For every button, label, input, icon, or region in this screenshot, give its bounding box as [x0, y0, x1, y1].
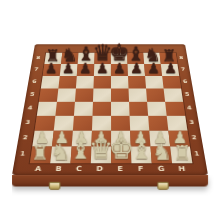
square-g7[interactable]: ♟: [144, 64, 162, 76]
piece-black-P-b7[interactable]: ♟: [62, 62, 75, 76]
square-a7[interactable]: ♟: [43, 64, 61, 76]
square-f1[interactable]: ♝: [131, 146, 152, 163]
square-b1[interactable]: ♞: [50, 146, 72, 163]
square-b5[interactable]: [57, 89, 76, 102]
square-f5[interactable]: [129, 89, 148, 102]
piece-black-P-d7[interactable]: ♟: [96, 62, 109, 76]
piece-black-P-e7[interactable]: ♟: [113, 62, 126, 76]
square-a5[interactable]: [39, 89, 58, 102]
square-f4[interactable]: [129, 102, 148, 116]
brass-clasp-right-icon: [157, 182, 169, 190]
piece-black-P-c7[interactable]: ♟: [79, 62, 92, 76]
square-e1[interactable]: ♚: [111, 146, 131, 163]
square-d7[interactable]: ♟: [94, 64, 111, 76]
square-d4[interactable]: [92, 102, 111, 116]
product-photo-background: 8 7 6 5 4 3 2 1 8 7 6 5 4 3 2 1: [0, 0, 220, 200]
square-b6[interactable]: [58, 76, 76, 89]
square-a6[interactable]: [41, 76, 60, 89]
box-front-edge: [12, 175, 208, 187]
piece-black-P-h7[interactable]: ♟: [164, 62, 177, 76]
piece-black-P-g7[interactable]: ♟: [147, 62, 160, 76]
square-e6[interactable]: [111, 76, 129, 89]
square-e5[interactable]: [111, 89, 129, 102]
square-c6[interactable]: [76, 76, 94, 89]
piece-white-R-h1[interactable]: ♜: [173, 143, 191, 163]
piece-white-R-a1[interactable]: ♜: [31, 143, 49, 163]
square-c5[interactable]: [75, 89, 93, 102]
square-f7[interactable]: ♟: [128, 64, 146, 76]
square-d5[interactable]: [93, 89, 111, 102]
piece-black-P-f7[interactable]: ♟: [130, 62, 143, 76]
square-g1[interactable]: ♞: [150, 146, 172, 163]
piece-white-N-g1[interactable]: ♞: [152, 141, 172, 164]
brass-clasp-left-icon: [49, 182, 61, 190]
square-g4[interactable]: [147, 102, 167, 116]
square-b7[interactable]: ♟: [60, 64, 78, 76]
square-e4[interactable]: [111, 102, 130, 116]
square-h5[interactable]: [164, 89, 184, 102]
square-h1[interactable]: ♜: [170, 146, 192, 163]
square-h6[interactable]: [162, 76, 181, 89]
square-g6[interactable]: [145, 76, 163, 89]
square-h4[interactable]: [165, 102, 185, 116]
board-scene: 8 7 6 5 4 3 2 1 8 7 6 5 4 3 2 1: [25, 16, 195, 186]
square-b4[interactable]: [55, 102, 75, 116]
piece-black-P-a7[interactable]: ♟: [45, 62, 58, 76]
square-h7[interactable]: ♟: [161, 64, 179, 76]
board-grid: ♜♞♝♛♚♝♞♜♟♟♟♟♟♟♟♟♟♟♟♟♟♟♟♟♜♞♝♛♚♝♞♜: [29, 52, 194, 164]
chess-board: 8 7 6 5 4 3 2 1 8 7 6 5 4 3 2 1: [12, 44, 208, 175]
square-c4[interactable]: [74, 102, 93, 116]
square-d6[interactable]: [93, 76, 111, 89]
square-a1[interactable]: ♜: [30, 146, 52, 163]
square-c7[interactable]: ♟: [77, 64, 94, 76]
square-f6[interactable]: [128, 76, 146, 89]
square-a4[interactable]: [37, 102, 57, 116]
board-frame: 8 7 6 5 4 3 2 1 8 7 6 5 4 3 2 1: [12, 44, 208, 175]
square-g5[interactable]: [146, 89, 165, 102]
piece-white-N-b1[interactable]: ♞: [50, 141, 70, 164]
square-e7[interactable]: ♟: [111, 64, 128, 76]
piece-white-B-f1[interactable]: ♝: [131, 139, 152, 163]
